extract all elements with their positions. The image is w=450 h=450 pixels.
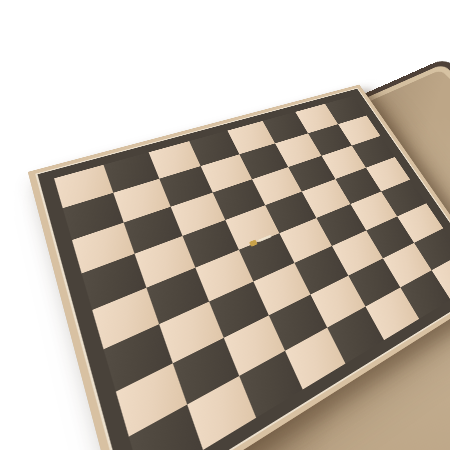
product-photo-stage: Overhead product photo: wooden travel ch…	[0, 0, 450, 450]
